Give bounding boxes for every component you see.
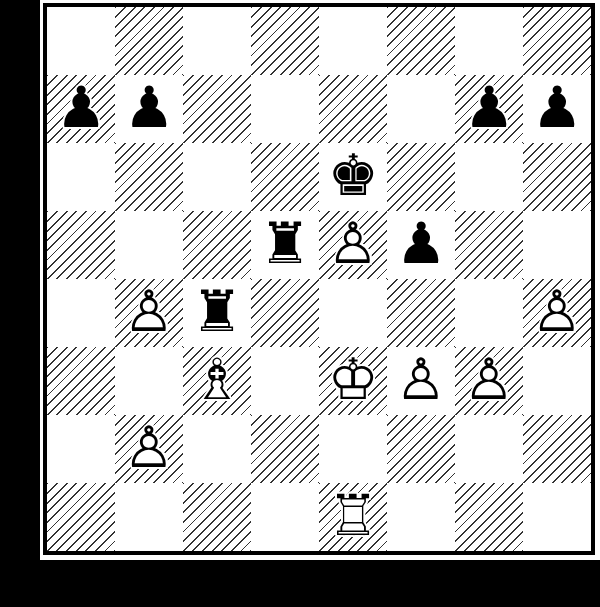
black-pawn-glyph: ♟ bbox=[115, 75, 183, 143]
square-e4[interactable] bbox=[319, 279, 387, 347]
square-b3[interactable] bbox=[115, 347, 183, 415]
square-d1[interactable] bbox=[251, 483, 319, 551]
piece-white-pawn-b4[interactable]: ♟♙ bbox=[115, 279, 183, 347]
square-e2[interactable] bbox=[319, 415, 387, 483]
square-e8[interactable] bbox=[319, 7, 387, 75]
square-g5[interactable] bbox=[455, 211, 523, 279]
square-c3[interactable]: ♝♗ bbox=[183, 347, 251, 415]
diagram-canvas: ♟♟♟♟♚♜♟♙♟♟♙♜♟♙♝♗♚♔♟♙♟♙♟♙♜♖ bbox=[0, 0, 600, 607]
square-f6[interactable] bbox=[387, 143, 455, 211]
square-a7[interactable]: ♟ bbox=[47, 75, 115, 143]
square-g3[interactable]: ♟♙ bbox=[455, 347, 523, 415]
white-bishop-glyph: ♗ bbox=[183, 347, 251, 415]
square-d5[interactable]: ♜ bbox=[251, 211, 319, 279]
piece-black-pawn-f5[interactable]: ♟ bbox=[387, 211, 455, 279]
piece-white-pawn-e5[interactable]: ♟♙ bbox=[319, 211, 387, 279]
black-rook-glyph: ♜ bbox=[183, 279, 251, 347]
black-rook-glyph: ♜ bbox=[251, 211, 319, 279]
square-h7[interactable]: ♟ bbox=[523, 75, 591, 143]
square-b6[interactable] bbox=[115, 143, 183, 211]
piece-white-pawn-f3[interactable]: ♟♙ bbox=[387, 347, 455, 415]
square-a6[interactable] bbox=[47, 143, 115, 211]
white-pawn-glyph: ♙ bbox=[115, 415, 183, 483]
square-a8[interactable] bbox=[47, 7, 115, 75]
square-b8[interactable] bbox=[115, 7, 183, 75]
square-h5[interactable] bbox=[523, 211, 591, 279]
piece-black-pawn-g7[interactable]: ♟ bbox=[455, 75, 523, 143]
square-h3[interactable] bbox=[523, 347, 591, 415]
black-king-glyph: ♚ bbox=[319, 143, 387, 211]
piece-black-king-e6[interactable]: ♚ bbox=[319, 143, 387, 211]
square-f1[interactable] bbox=[387, 483, 455, 551]
square-g4[interactable] bbox=[455, 279, 523, 347]
white-pawn-glyph: ♙ bbox=[387, 347, 455, 415]
square-h2[interactable] bbox=[523, 415, 591, 483]
square-d8[interactable] bbox=[251, 7, 319, 75]
square-c1[interactable] bbox=[183, 483, 251, 551]
white-pawn-glyph: ♙ bbox=[455, 347, 523, 415]
square-e3[interactable]: ♚♔ bbox=[319, 347, 387, 415]
square-c7[interactable] bbox=[183, 75, 251, 143]
square-e1[interactable]: ♜♖ bbox=[319, 483, 387, 551]
square-f4[interactable] bbox=[387, 279, 455, 347]
square-e7[interactable] bbox=[319, 75, 387, 143]
black-pawn-glyph: ♟ bbox=[523, 75, 591, 143]
piece-white-king-e3[interactable]: ♚♔ bbox=[319, 347, 387, 415]
square-d2[interactable] bbox=[251, 415, 319, 483]
square-d3[interactable] bbox=[251, 347, 319, 415]
white-pawn-glyph: ♙ bbox=[523, 279, 591, 347]
square-d4[interactable] bbox=[251, 279, 319, 347]
square-f2[interactable] bbox=[387, 415, 455, 483]
black-pawn-glyph: ♟ bbox=[47, 75, 115, 143]
square-c4[interactable]: ♜ bbox=[183, 279, 251, 347]
square-a4[interactable] bbox=[47, 279, 115, 347]
black-pawn-glyph: ♟ bbox=[455, 75, 523, 143]
square-h1[interactable] bbox=[523, 483, 591, 551]
white-pawn-glyph: ♙ bbox=[115, 279, 183, 347]
piece-white-pawn-h4[interactable]: ♟♙ bbox=[523, 279, 591, 347]
square-f5[interactable]: ♟ bbox=[387, 211, 455, 279]
piece-black-rook-c4[interactable]: ♜ bbox=[183, 279, 251, 347]
square-d6[interactable] bbox=[251, 143, 319, 211]
square-a1[interactable] bbox=[47, 483, 115, 551]
square-f7[interactable] bbox=[387, 75, 455, 143]
piece-black-pawn-b7[interactable]: ♟ bbox=[115, 75, 183, 143]
piece-white-bishop-c3[interactable]: ♝♗ bbox=[183, 347, 251, 415]
piece-white-pawn-b2[interactable]: ♟♙ bbox=[115, 415, 183, 483]
square-d7[interactable] bbox=[251, 75, 319, 143]
square-b4[interactable]: ♟♙ bbox=[115, 279, 183, 347]
square-c6[interactable] bbox=[183, 143, 251, 211]
square-g8[interactable] bbox=[455, 7, 523, 75]
square-c2[interactable] bbox=[183, 415, 251, 483]
square-h8[interactable] bbox=[523, 7, 591, 75]
square-f8[interactable] bbox=[387, 7, 455, 75]
square-b1[interactable] bbox=[115, 483, 183, 551]
square-b2[interactable]: ♟♙ bbox=[115, 415, 183, 483]
board-mat: ♟♟♟♟♚♜♟♙♟♟♙♜♟♙♝♗♚♔♟♙♟♙♟♙♜♖ bbox=[40, 0, 600, 560]
piece-black-pawn-h7[interactable]: ♟ bbox=[523, 75, 591, 143]
piece-white-pawn-g3[interactable]: ♟♙ bbox=[455, 347, 523, 415]
black-pawn-glyph: ♟ bbox=[387, 211, 455, 279]
square-a2[interactable] bbox=[47, 415, 115, 483]
square-g6[interactable] bbox=[455, 143, 523, 211]
square-g7[interactable]: ♟ bbox=[455, 75, 523, 143]
board-frame: ♟♟♟♟♚♜♟♙♟♟♙♜♟♙♝♗♚♔♟♙♟♙♟♙♜♖ bbox=[43, 3, 595, 555]
square-e6[interactable]: ♚ bbox=[319, 143, 387, 211]
piece-black-pawn-a7[interactable]: ♟ bbox=[47, 75, 115, 143]
white-rook-glyph: ♖ bbox=[319, 483, 387, 551]
square-b7[interactable]: ♟ bbox=[115, 75, 183, 143]
white-pawn-glyph: ♙ bbox=[319, 211, 387, 279]
square-f3[interactable]: ♟♙ bbox=[387, 347, 455, 415]
square-c5[interactable] bbox=[183, 211, 251, 279]
square-h4[interactable]: ♟♙ bbox=[523, 279, 591, 347]
white-king-glyph: ♔ bbox=[319, 347, 387, 415]
square-g2[interactable] bbox=[455, 415, 523, 483]
square-b5[interactable] bbox=[115, 211, 183, 279]
piece-black-rook-d5[interactable]: ♜ bbox=[251, 211, 319, 279]
square-c8[interactable] bbox=[183, 7, 251, 75]
square-a3[interactable] bbox=[47, 347, 115, 415]
square-a5[interactable] bbox=[47, 211, 115, 279]
chess-board: ♟♟♟♟♚♜♟♙♟♟♙♜♟♙♝♗♚♔♟♙♟♙♟♙♜♖ bbox=[47, 7, 591, 551]
square-g1[interactable] bbox=[455, 483, 523, 551]
piece-white-rook-e1[interactable]: ♜♖ bbox=[319, 483, 387, 551]
square-h6[interactable] bbox=[523, 143, 591, 211]
square-e5[interactable]: ♟♙ bbox=[319, 211, 387, 279]
